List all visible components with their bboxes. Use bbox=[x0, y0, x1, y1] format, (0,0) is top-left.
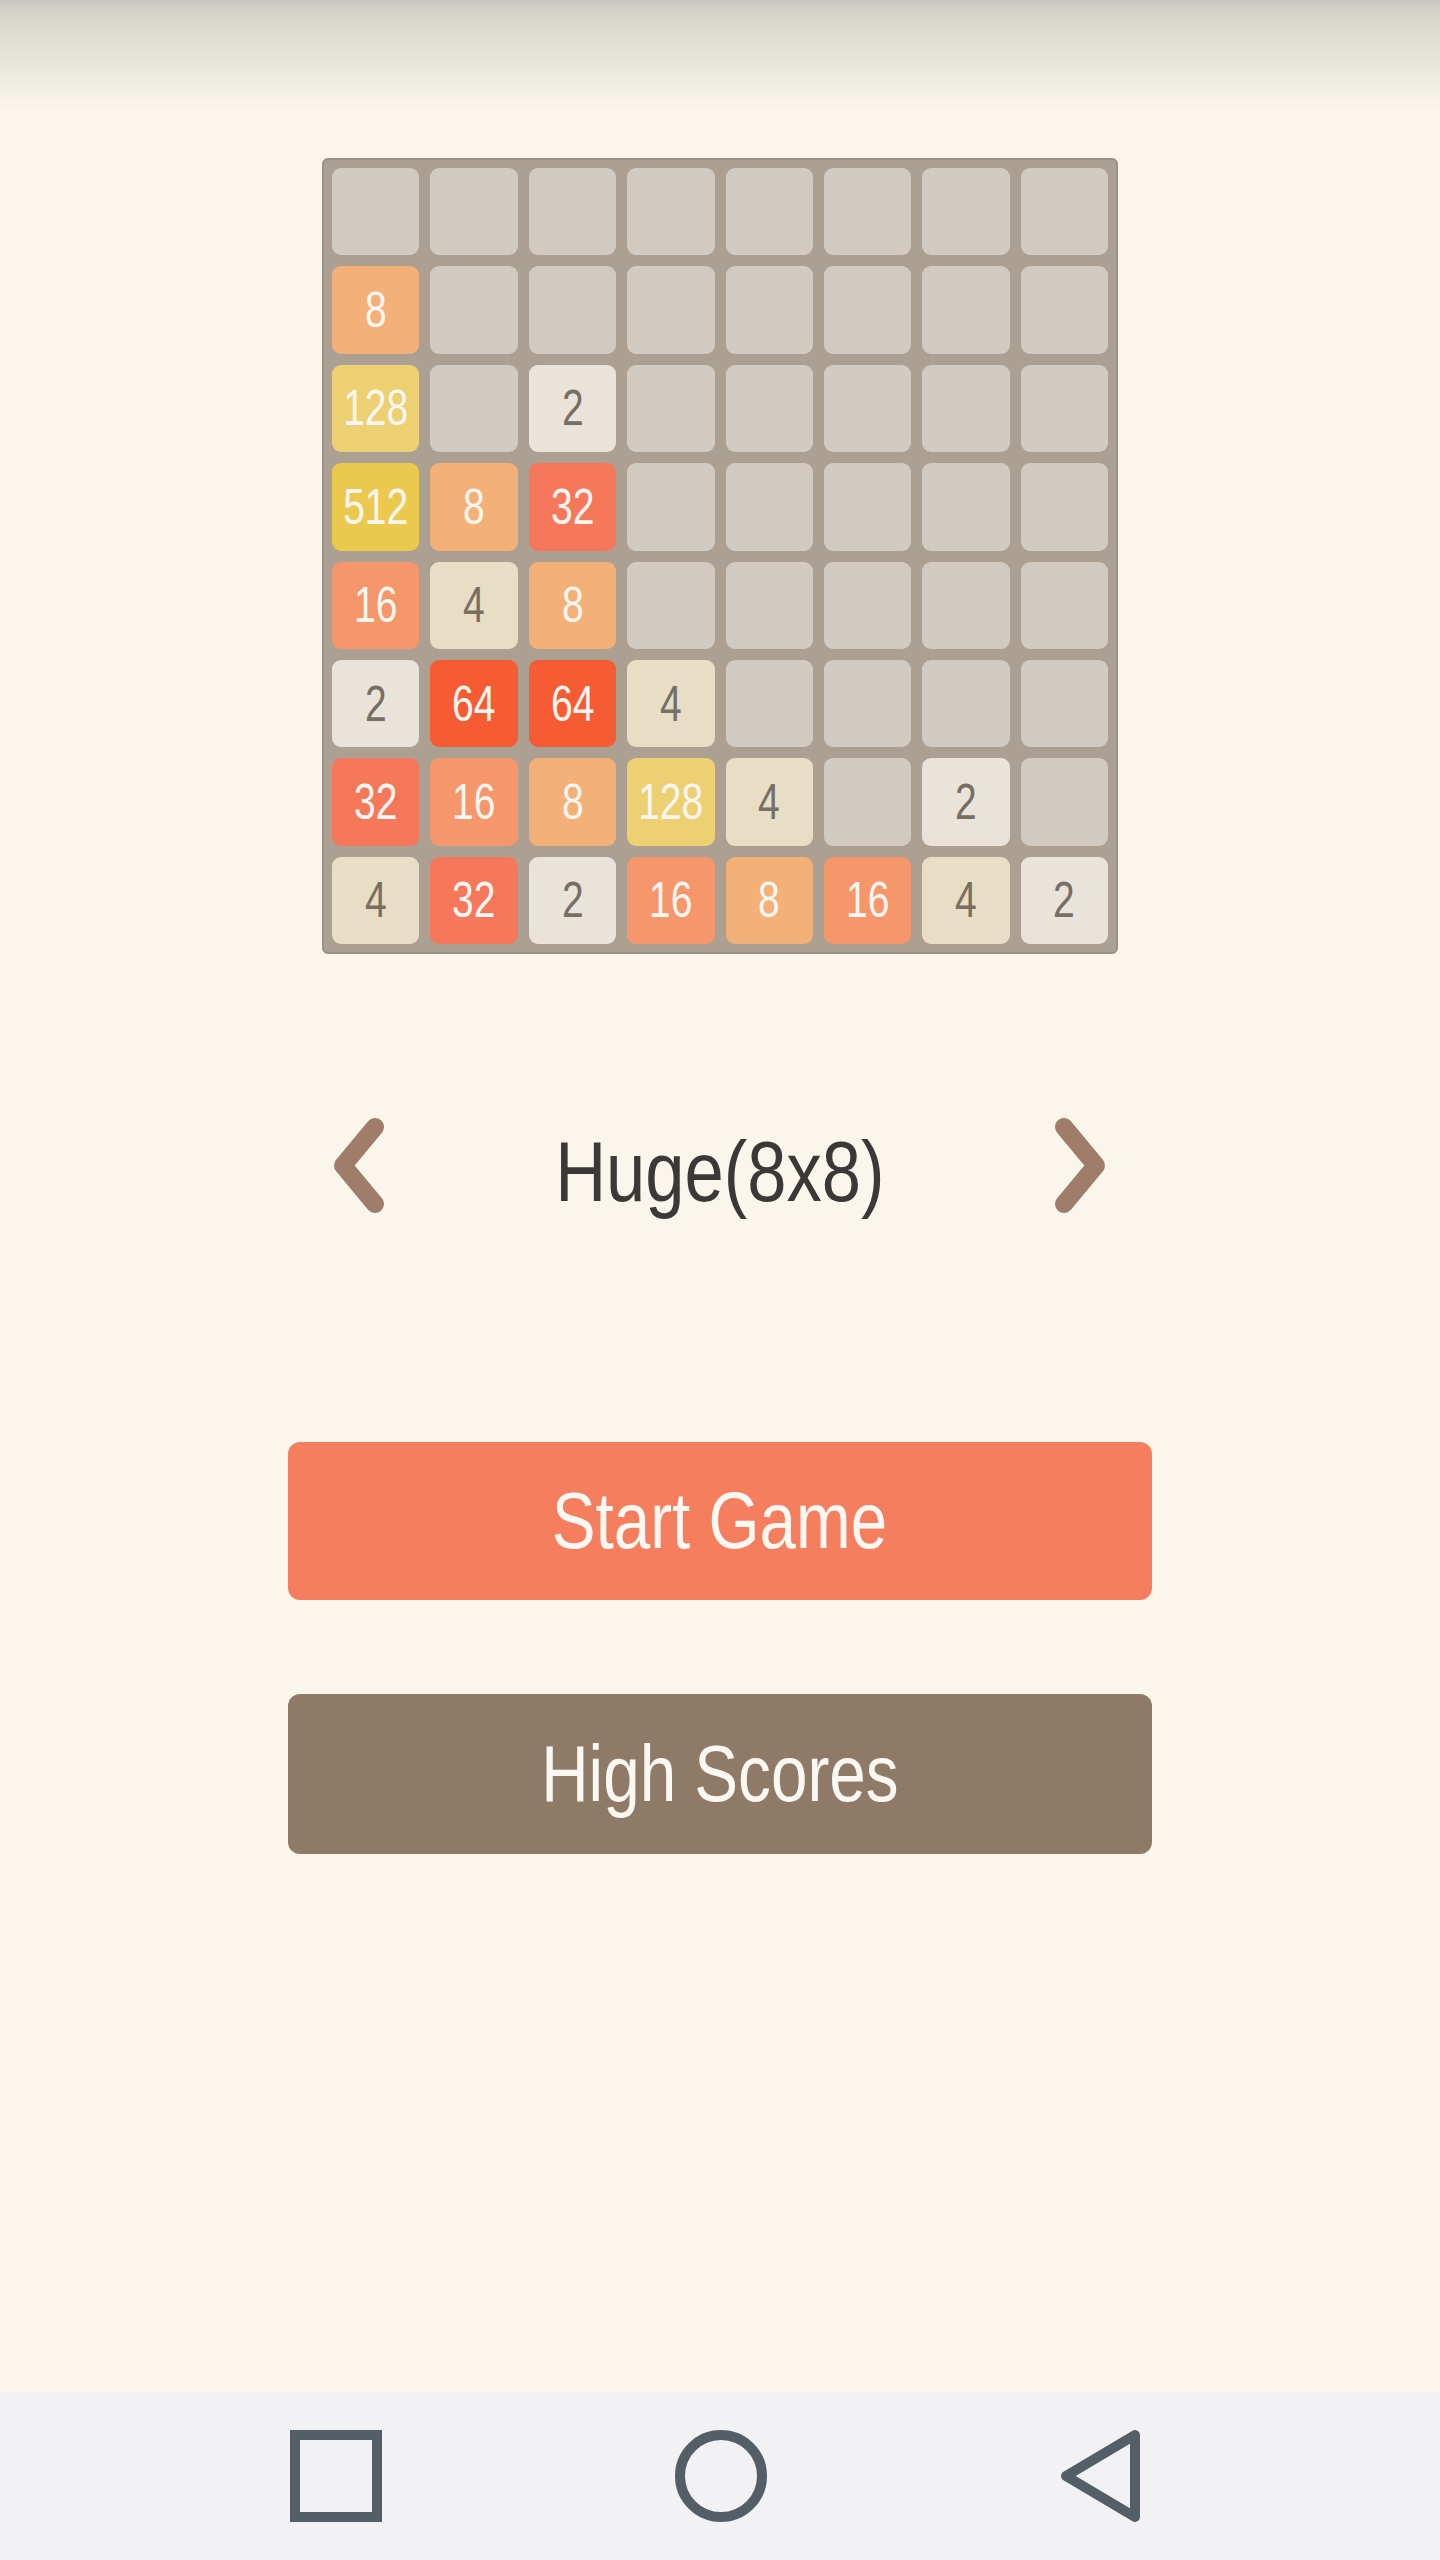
tile-value: 16 bbox=[649, 875, 692, 925]
empty-cell bbox=[1021, 463, 1108, 550]
tile-value: 4 bbox=[660, 679, 682, 729]
empty-cell bbox=[529, 266, 616, 353]
tile-value: 2 bbox=[562, 875, 584, 925]
empty-cell bbox=[627, 266, 714, 353]
empty-cell bbox=[430, 168, 517, 255]
high-scores-button[interactable]: High Scores bbox=[288, 1694, 1152, 1854]
empty-cell bbox=[627, 168, 714, 255]
tile-16: 16 bbox=[627, 857, 714, 944]
empty-cell bbox=[726, 463, 813, 550]
tile-16: 16 bbox=[430, 758, 517, 845]
tile-512: 512 bbox=[332, 463, 419, 550]
recents-square-icon[interactable] bbox=[289, 2429, 383, 2523]
empty-cell bbox=[529, 168, 616, 255]
tile-8: 8 bbox=[529, 758, 616, 845]
tile-16: 16 bbox=[824, 857, 911, 944]
empty-cell bbox=[1021, 365, 1108, 452]
tile-value: 4 bbox=[758, 777, 780, 827]
tile-16: 16 bbox=[332, 562, 419, 649]
board-size-label-text: Huge(8x8) bbox=[555, 1128, 884, 1214]
tile-32: 32 bbox=[529, 463, 616, 550]
tile-8: 8 bbox=[332, 266, 419, 353]
tile-2: 2 bbox=[529, 365, 616, 452]
tile-value: 32 bbox=[354, 777, 397, 827]
empty-cell bbox=[726, 266, 813, 353]
board-size-label: Huge(8x8) bbox=[420, 1123, 1020, 1219]
tile-value: 4 bbox=[955, 875, 977, 925]
tile-4: 4 bbox=[627, 660, 714, 747]
tile-value: 2 bbox=[1053, 875, 1075, 925]
tile-2: 2 bbox=[332, 660, 419, 747]
tile-128: 128 bbox=[627, 758, 714, 845]
empty-cell bbox=[824, 758, 911, 845]
tile-value: 16 bbox=[354, 580, 397, 630]
empty-cell bbox=[1021, 660, 1108, 747]
tile-value: 2 bbox=[955, 777, 977, 827]
high-scores-button-label: High Scores bbox=[541, 1734, 898, 1814]
tile-64: 64 bbox=[529, 660, 616, 747]
empty-cell bbox=[922, 266, 1009, 353]
empty-cell bbox=[627, 562, 714, 649]
empty-cell bbox=[922, 168, 1009, 255]
tile-value: 2 bbox=[562, 383, 584, 433]
tile-value: 128 bbox=[638, 777, 703, 827]
empty-cell bbox=[627, 463, 714, 550]
tile-32: 32 bbox=[332, 758, 419, 845]
app-screen: 8128251283216482646443216812842432216816… bbox=[0, 0, 1440, 2560]
empty-cell bbox=[824, 562, 911, 649]
chevron-right-icon[interactable] bbox=[1050, 1117, 1110, 1214]
tile-4: 4 bbox=[430, 562, 517, 649]
tile-4: 4 bbox=[922, 857, 1009, 944]
tile-8: 8 bbox=[529, 562, 616, 649]
empty-cell bbox=[1021, 266, 1108, 353]
tile-8: 8 bbox=[726, 857, 813, 944]
empty-cell bbox=[726, 660, 813, 747]
empty-cell bbox=[922, 365, 1009, 452]
statusbar-shadow bbox=[0, 0, 1440, 110]
empty-cell bbox=[1021, 758, 1108, 845]
empty-cell bbox=[824, 168, 911, 255]
tile-value: 64 bbox=[551, 679, 594, 729]
empty-cell bbox=[824, 365, 911, 452]
back-triangle-icon[interactable] bbox=[1056, 2427, 1142, 2525]
start-game-button-label: Start Game bbox=[552, 1481, 887, 1561]
tile-value: 32 bbox=[452, 875, 495, 925]
empty-cell bbox=[922, 660, 1009, 747]
empty-cell bbox=[332, 168, 419, 255]
empty-cell bbox=[726, 365, 813, 452]
empty-cell bbox=[1021, 168, 1108, 255]
tile-value: 128 bbox=[343, 383, 408, 433]
empty-cell bbox=[430, 365, 517, 452]
tile-value: 512 bbox=[343, 482, 408, 532]
tile-128: 128 bbox=[332, 365, 419, 452]
game-board[interactable]: 8128251283216482646443216812842432216816… bbox=[322, 158, 1118, 954]
empty-cell bbox=[1021, 562, 1108, 649]
chevron-left-icon[interactable] bbox=[329, 1117, 389, 1214]
tile-value: 16 bbox=[452, 777, 495, 827]
empty-cell bbox=[627, 365, 714, 452]
tile-2: 2 bbox=[1021, 857, 1108, 944]
empty-cell bbox=[430, 266, 517, 353]
empty-cell bbox=[922, 463, 1009, 550]
tile-value: 64 bbox=[452, 679, 495, 729]
tile-2: 2 bbox=[529, 857, 616, 944]
tile-64: 64 bbox=[430, 660, 517, 747]
home-circle-icon[interactable] bbox=[674, 2429, 768, 2523]
tile-8: 8 bbox=[430, 463, 517, 550]
tile-value: 4 bbox=[463, 580, 485, 630]
empty-cell bbox=[922, 562, 1009, 649]
tile-value: 16 bbox=[846, 875, 889, 925]
tile-value: 8 bbox=[562, 777, 584, 827]
empty-cell bbox=[824, 463, 911, 550]
android-navbar bbox=[0, 2392, 1440, 2560]
tile-value: 4 bbox=[365, 875, 387, 925]
tile-value: 8 bbox=[365, 285, 387, 335]
tile-value: 2 bbox=[365, 679, 387, 729]
tile-value: 8 bbox=[758, 875, 780, 925]
empty-cell bbox=[824, 660, 911, 747]
start-game-button[interactable]: Start Game bbox=[288, 1442, 1152, 1600]
tile-32: 32 bbox=[430, 857, 517, 944]
empty-cell bbox=[824, 266, 911, 353]
tile-value: 8 bbox=[562, 580, 584, 630]
tile-4: 4 bbox=[726, 758, 813, 845]
empty-cell bbox=[726, 168, 813, 255]
empty-cell bbox=[726, 562, 813, 649]
tile-2: 2 bbox=[922, 758, 1009, 845]
tile-value: 8 bbox=[463, 482, 485, 532]
tile-value: 32 bbox=[551, 482, 594, 532]
tile-4: 4 bbox=[332, 857, 419, 944]
